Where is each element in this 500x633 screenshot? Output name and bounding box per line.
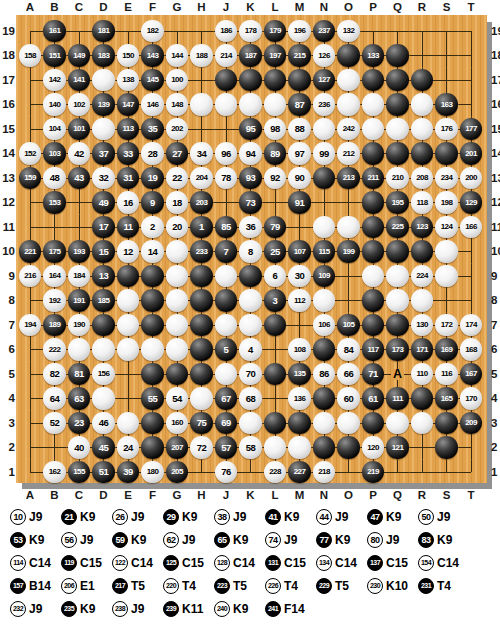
coord-label: H: [191, 1, 213, 14]
caption-coordinate: K11: [182, 602, 203, 616]
board-point: 94: [238, 141, 263, 166]
white-stone: 70: [239, 363, 262, 386]
coord-label: O: [338, 489, 360, 502]
white-stone: 100: [166, 69, 189, 92]
move-number: 159: [24, 173, 36, 183]
board-point: [189, 117, 214, 142]
move-number: 181: [98, 26, 110, 36]
board-point: [361, 141, 386, 166]
board-point: [361, 288, 386, 313]
board-point: 139: [91, 92, 116, 117]
white-stone: [362, 93, 385, 116]
white-stone: [239, 289, 262, 312]
caption-move: 59K9: [112, 532, 163, 548]
coord-label: L: [264, 489, 286, 502]
white-stone: [239, 314, 262, 337]
coord-label: 13: [491, 172, 500, 185]
board-point: 151: [42, 43, 67, 68]
coord-label: C: [68, 1, 90, 14]
board-point: 118: [410, 190, 435, 215]
board-point: 168: [459, 337, 484, 362]
board-point: 103: [42, 141, 67, 166]
board-point: 89: [263, 141, 288, 166]
board-point: 117: [361, 337, 386, 362]
board-point: 183: [91, 43, 116, 68]
coord-label: 8: [491, 294, 500, 307]
coord-label: 14: [0, 147, 15, 160]
move-number: 127: [318, 75, 330, 85]
board-point: 173: [385, 337, 410, 362]
board-point: 96: [214, 141, 239, 166]
black-stone: [362, 142, 385, 165]
caption-line: 157B14206E1217T5220T4223T5226T4229T5230K…: [0, 574, 500, 597]
move-number: 90: [295, 173, 305, 183]
black-stone: 1: [190, 216, 213, 239]
white-stone: 58: [239, 436, 262, 459]
board-point: [165, 288, 190, 313]
black-move-circle: 77: [316, 532, 332, 548]
board-point: 14: [140, 239, 165, 264]
caption-move: 238J9: [112, 601, 163, 617]
white-move-circle: 220: [163, 578, 179, 594]
move-number: 84: [344, 345, 354, 355]
caption-move: 128C14: [214, 555, 265, 571]
black-stone: 61: [362, 387, 385, 410]
board-point: 66: [336, 362, 361, 387]
board-point: 105: [336, 313, 361, 338]
black-stone: [313, 167, 336, 190]
black-stone: 185: [92, 289, 115, 312]
board-point: [91, 337, 116, 362]
move-number: 209: [465, 418, 477, 428]
coord-label: 11: [0, 221, 15, 234]
white-stone: 160: [166, 412, 189, 435]
move-number: 140: [49, 100, 61, 110]
board-point: [140, 337, 165, 362]
board-point: [385, 239, 410, 264]
white-stone: 34: [190, 142, 213, 165]
move-number: 95: [246, 124, 256, 134]
board-point: 136: [287, 386, 312, 411]
black-stone: [362, 216, 385, 239]
coord-label: P: [362, 489, 384, 502]
black-stone: [386, 69, 409, 92]
board-point: [18, 117, 43, 142]
black-stone: 149: [68, 44, 91, 67]
board-point: 187: [238, 43, 263, 68]
move-number: 228: [269, 467, 281, 477]
board-point: [116, 337, 141, 362]
move-number: 133: [367, 51, 379, 61]
black-stone: 143: [141, 44, 164, 67]
move-number: 11: [123, 222, 132, 232]
board-point: [287, 435, 312, 460]
board-point: 210: [385, 166, 410, 191]
board-point: [410, 386, 435, 411]
board-point: 30: [287, 264, 312, 289]
move-number: 242: [343, 124, 355, 134]
board-point: 166: [459, 215, 484, 240]
white-stone: 110: [411, 363, 434, 386]
board-point: 182: [140, 19, 165, 44]
move-number: 196: [294, 26, 306, 36]
black-stone: [362, 240, 385, 263]
move-number: 34: [197, 149, 207, 159]
board-point: [214, 313, 239, 338]
coord-label: M: [289, 1, 311, 14]
board-point: 99: [312, 141, 337, 166]
move-number: 116: [441, 369, 452, 379]
white-stone: 130: [411, 314, 434, 337]
board-point: [189, 68, 214, 93]
white-stone: 180: [141, 461, 164, 484]
white-move-circle: 10: [10, 509, 26, 525]
board-point: 34: [189, 141, 214, 166]
white-move-circle: 134: [316, 555, 332, 571]
move-number: 222: [49, 345, 61, 355]
move-number: 164: [49, 271, 61, 281]
board-point: 35: [140, 117, 165, 142]
white-stone: [362, 118, 385, 141]
black-stone: 35: [141, 118, 164, 141]
board-point: [434, 264, 459, 289]
board-point: 163: [434, 92, 459, 117]
caption-move: 206E1: [61, 578, 112, 594]
move-number: 148: [171, 100, 183, 110]
black-stone: [288, 412, 311, 435]
white-stone: 24: [117, 436, 140, 459]
board-point: [361, 215, 386, 240]
white-stone: [239, 93, 262, 116]
board-point: 61: [361, 386, 386, 411]
board-point: [238, 411, 263, 436]
caption-move: 77K9: [316, 532, 367, 548]
black-stone: [313, 338, 336, 361]
board-point: [263, 435, 288, 460]
board-point: [18, 288, 43, 313]
black-stone: 161: [43, 20, 66, 43]
black-stone: 19: [141, 167, 164, 190]
board-point: 111: [385, 386, 410, 411]
black-stone: 227: [288, 461, 311, 484]
black-move-circle: 119: [61, 555, 77, 571]
caption-move: 41K9: [265, 509, 316, 525]
coord-label: O: [338, 1, 360, 14]
white-stone: 14: [141, 240, 164, 263]
board-point: A: [385, 362, 410, 387]
black-move-circle: 53: [10, 532, 26, 548]
move-number: 175: [49, 247, 61, 257]
board-point: 175: [42, 239, 67, 264]
move-number: 7: [224, 247, 229, 257]
white-stone: 8: [239, 240, 262, 263]
board-point: 32: [91, 166, 116, 191]
black-move-circle: 239: [163, 601, 179, 617]
board-point: [434, 68, 459, 93]
black-stone: [362, 314, 385, 337]
black-stone: [166, 363, 189, 386]
board-point: [67, 19, 92, 44]
board-point: 123: [410, 215, 435, 240]
move-number: 187: [245, 51, 257, 61]
board-point: 93: [238, 166, 263, 191]
coord-label: 3: [0, 417, 15, 430]
caption-coordinate: E1: [80, 579, 95, 593]
board-point: [385, 43, 410, 68]
move-number: 160: [171, 418, 183, 428]
caption-coordinate: K9: [182, 510, 197, 524]
black-stone: [141, 314, 164, 337]
coord-label: 9: [491, 270, 500, 283]
white-stone: 218: [313, 461, 336, 484]
board-point: 13: [91, 264, 116, 289]
white-stone: 6: [264, 265, 287, 288]
move-number: 75: [197, 418, 207, 428]
black-stone: [141, 412, 164, 435]
white-stone: 98: [264, 118, 287, 141]
white-stone: 78: [215, 167, 238, 190]
white-stone: [166, 289, 189, 312]
white-stone: 102: [68, 93, 91, 116]
move-number: 20: [172, 222, 182, 232]
black-stone: 189: [43, 314, 66, 337]
black-stone: [362, 412, 385, 435]
white-stone: [215, 265, 238, 288]
black-stone: 31: [117, 167, 140, 190]
board-point: 49: [91, 190, 116, 215]
board-point: 141: [67, 68, 92, 93]
white-stone: 68: [239, 387, 262, 410]
white-stone: 2: [141, 216, 164, 239]
coord-label: 16: [0, 98, 15, 111]
white-stone: 54: [166, 387, 189, 410]
board-point: [459, 435, 484, 460]
black-stone: 193: [68, 240, 91, 263]
black-stone: [362, 289, 385, 312]
move-number: 227: [294, 467, 306, 477]
white-stone: 166: [460, 216, 483, 239]
board-point: [312, 117, 337, 142]
board-point: [410, 411, 435, 436]
move-number: 104: [49, 124, 61, 134]
white-stone: [68, 338, 91, 361]
board-point: 76: [214, 460, 239, 485]
coord-label: 10: [0, 245, 15, 258]
board-point: 97: [287, 141, 312, 166]
board-point: [459, 264, 484, 289]
move-number: 218: [318, 467, 330, 477]
move-number: 150: [122, 51, 134, 61]
black-stone: 81: [68, 363, 91, 386]
caption-move: 231T4: [418, 578, 469, 594]
white-stone: 148: [166, 93, 189, 116]
caption-move: 44J9: [316, 509, 367, 525]
caption-coordinate: K9: [80, 510, 95, 524]
board-point: 98: [263, 117, 288, 142]
black-stone: 23: [68, 412, 91, 435]
white-move-circle: 56: [61, 532, 77, 548]
move-number: 172: [441, 320, 453, 330]
move-number: 76: [221, 467, 231, 477]
white-stone: [215, 314, 238, 337]
board-point: [434, 460, 459, 485]
move-number: 108: [294, 345, 306, 355]
white-stone: 92: [264, 167, 287, 190]
move-number: 132: [343, 26, 355, 36]
move-number: 105: [343, 320, 355, 330]
board-point: [140, 362, 165, 387]
board-point: [189, 337, 214, 362]
board-point: [287, 215, 312, 240]
move-number: 130: [416, 320, 428, 330]
white-stone: 42: [68, 142, 91, 165]
black-stone: [141, 363, 164, 386]
white-stone: [362, 265, 385, 288]
white-stone: 146: [141, 93, 164, 116]
move-number: 141: [73, 75, 85, 85]
move-number: 221: [24, 247, 36, 257]
white-stone: 118: [411, 191, 434, 214]
board-point: 9: [140, 190, 165, 215]
black-stone: [362, 69, 385, 92]
board-point: [165, 19, 190, 44]
board-point: 196: [287, 19, 312, 44]
board-point: 54: [165, 386, 190, 411]
board-point: 149: [67, 43, 92, 68]
caption-coordinate: T4: [182, 579, 196, 593]
caption-move: 229T5: [316, 578, 367, 594]
move-number: 86: [319, 369, 329, 379]
white-stone: 138: [117, 69, 140, 92]
white-stone: 66: [337, 363, 360, 386]
white-stone: [411, 412, 434, 435]
board-point: 5: [214, 337, 239, 362]
black-stone: 173: [386, 338, 409, 361]
board-point: [165, 337, 190, 362]
move-number: 85: [221, 222, 231, 232]
black-stone: 91: [288, 191, 311, 214]
board-point: 70: [238, 362, 263, 387]
board-point: 95: [238, 117, 263, 142]
white-stone: 104: [43, 118, 66, 141]
white-stone: 222: [43, 338, 66, 361]
caption-coordinate: K9: [386, 510, 401, 524]
black-stone: 175: [43, 240, 66, 263]
caption-coordinate: C15: [386, 556, 408, 570]
white-stone: 4: [239, 338, 262, 361]
black-stone: 27: [166, 142, 189, 165]
board-point: 192: [42, 288, 67, 313]
black-move-circle: 157: [10, 578, 26, 594]
caption-coordinate: J9: [29, 510, 42, 524]
move-number: 136: [294, 394, 306, 404]
board-point: [18, 19, 43, 44]
board-point: 203: [189, 190, 214, 215]
white-stone: [166, 240, 189, 263]
move-number: 183: [98, 51, 110, 61]
move-number: 87: [295, 100, 305, 110]
white-stone: [239, 412, 262, 435]
board-point: 170: [459, 386, 484, 411]
black-stone: 237: [313, 20, 336, 43]
coord-label: 8: [0, 294, 15, 307]
caption-coordinate: J9: [335, 510, 348, 524]
black-stone: 215: [288, 44, 311, 67]
board-point: [434, 141, 459, 166]
board-point: 107: [287, 239, 312, 264]
coord-label: S: [436, 489, 458, 502]
black-move-circle: 47: [367, 509, 383, 525]
coord-label: N: [313, 1, 335, 14]
board-point: [410, 141, 435, 166]
caption-move: 235K9: [61, 601, 112, 617]
board-point: [312, 386, 337, 411]
board-point: 43: [67, 166, 92, 191]
black-move-circle: 223: [214, 578, 230, 594]
white-stone: [411, 93, 434, 116]
board-point: 127: [312, 68, 337, 93]
board-point: 11: [116, 215, 141, 240]
move-number: 64: [50, 394, 60, 404]
white-stone: 194: [19, 314, 42, 337]
board-point: 86: [312, 362, 337, 387]
board-point: [312, 215, 337, 240]
white-move-circle: 26: [112, 509, 128, 525]
board-point: [312, 190, 337, 215]
white-stone: [386, 289, 409, 312]
move-number: 100: [171, 75, 183, 85]
white-stone: [386, 412, 409, 435]
move-number: 37: [99, 149, 109, 159]
caption-coordinate: J9: [182, 533, 195, 547]
black-stone: [386, 44, 409, 67]
black-move-circle: 41: [265, 509, 281, 525]
move-number: 147: [122, 100, 134, 110]
white-stone: 64: [43, 387, 66, 410]
coord-label: 5: [491, 368, 500, 381]
black-stone: [215, 289, 238, 312]
move-number: 197: [269, 51, 281, 61]
board-point: 2: [140, 215, 165, 240]
move-number: 180: [147, 467, 159, 477]
coord-label: 2: [491, 441, 500, 454]
caption-move: 223T5: [214, 578, 265, 594]
coord-label: P: [362, 1, 384, 14]
white-stone: [411, 118, 434, 141]
caption-coordinate: T5: [131, 579, 145, 593]
coord-label: J: [215, 1, 237, 14]
board-point: 200: [459, 166, 484, 191]
move-number: 43: [74, 173, 84, 183]
board-point: 162: [42, 460, 67, 485]
board-point: [140, 288, 165, 313]
black-stone: 205: [166, 461, 189, 484]
board-point: [116, 264, 141, 289]
black-stone: [313, 387, 336, 410]
white-stone: 224: [411, 265, 434, 288]
move-number: 13: [99, 271, 109, 281]
black-stone: [264, 69, 287, 92]
board-point: [189, 362, 214, 387]
coord-label: 18: [491, 49, 500, 62]
white-stone: 142: [43, 69, 66, 92]
caption-coordinate: T5: [335, 579, 349, 593]
black-stone: 3: [264, 289, 287, 312]
board-point: [165, 313, 190, 338]
board-point: 205: [165, 460, 190, 485]
board-point: 92: [263, 166, 288, 191]
black-stone: [435, 436, 458, 459]
